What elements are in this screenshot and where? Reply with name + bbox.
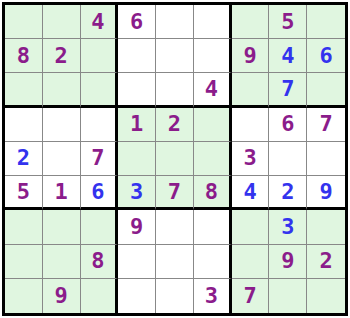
cell-r8c3[interactable]: 8 (81, 245, 119, 279)
cell-r9c8[interactable] (269, 279, 307, 313)
cell-r2c6[interactable] (194, 39, 232, 73)
cell-r3c1[interactable] (5, 73, 43, 107)
cell-r5c9[interactable] (307, 142, 345, 176)
cell-r7c1[interactable] (5, 210, 43, 244)
cell-r4c3[interactable] (81, 108, 119, 142)
cell-r4c8[interactable]: 6 (269, 108, 307, 142)
cell-r1c4[interactable]: 6 (118, 5, 156, 39)
cell-r4c1[interactable] (5, 108, 43, 142)
cell-r6c2[interactable]: 1 (43, 176, 81, 210)
cell-r6c7[interactable]: 4 (232, 176, 270, 210)
cell-r1c5[interactable] (156, 5, 194, 39)
cell-r2c2[interactable]: 2 (43, 39, 81, 73)
cell-r5c6[interactable] (194, 142, 232, 176)
cell-r3c6[interactable]: 4 (194, 73, 232, 107)
cell-r7c6[interactable] (194, 210, 232, 244)
sudoku-frame: 4658294647126727351637842993892937 (0, 0, 350, 318)
cell-r3c9[interactable] (307, 73, 345, 107)
cell-r3c8[interactable]: 7 (269, 73, 307, 107)
cell-r9c1[interactable] (5, 279, 43, 313)
cell-r2c8[interactable]: 4 (269, 39, 307, 73)
cell-r6c5[interactable]: 7 (156, 176, 194, 210)
cell-r7c9[interactable] (307, 210, 345, 244)
cell-r5c5[interactable] (156, 142, 194, 176)
cell-r9c2[interactable]: 9 (43, 279, 81, 313)
cell-r6c6[interactable]: 8 (194, 176, 232, 210)
cell-r8c5[interactable] (156, 245, 194, 279)
cell-r2c1[interactable]: 8 (5, 39, 43, 73)
cell-r5c7[interactable]: 3 (232, 142, 270, 176)
cell-r1c2[interactable] (43, 5, 81, 39)
cell-r3c5[interactable] (156, 73, 194, 107)
cell-r7c8[interactable]: 3 (269, 210, 307, 244)
cell-r3c3[interactable] (81, 73, 119, 107)
cell-r1c9[interactable] (307, 5, 345, 39)
cell-r4c2[interactable] (43, 108, 81, 142)
cell-r2c4[interactable] (118, 39, 156, 73)
cell-r1c6[interactable] (194, 5, 232, 39)
cell-r7c7[interactable] (232, 210, 270, 244)
cell-r4c5[interactable]: 2 (156, 108, 194, 142)
cell-r9c5[interactable] (156, 279, 194, 313)
cell-r5c3[interactable]: 7 (81, 142, 119, 176)
cell-r9c9[interactable] (307, 279, 345, 313)
cell-r6c9[interactable]: 9 (307, 176, 345, 210)
cell-r1c3[interactable]: 4 (81, 5, 119, 39)
cell-r8c8[interactable]: 9 (269, 245, 307, 279)
cell-r6c8[interactable]: 2 (269, 176, 307, 210)
cell-r6c3[interactable]: 6 (81, 176, 119, 210)
cell-r8c2[interactable] (43, 245, 81, 279)
cell-r8c1[interactable] (5, 245, 43, 279)
cell-r4c9[interactable]: 7 (307, 108, 345, 142)
cell-r3c2[interactable] (43, 73, 81, 107)
cell-r2c9[interactable]: 6 (307, 39, 345, 73)
cell-r1c8[interactable]: 5 (269, 5, 307, 39)
cell-r2c7[interactable]: 9 (232, 39, 270, 73)
cell-r2c5[interactable] (156, 39, 194, 73)
cell-r4c4[interactable]: 1 (118, 108, 156, 142)
cell-r3c4[interactable] (118, 73, 156, 107)
cell-r4c6[interactable] (194, 108, 232, 142)
cell-r8c6[interactable] (194, 245, 232, 279)
cell-r4c7[interactable] (232, 108, 270, 142)
cell-r5c8[interactable] (269, 142, 307, 176)
cell-r5c4[interactable] (118, 142, 156, 176)
cell-r8c9[interactable]: 2 (307, 245, 345, 279)
cell-r7c5[interactable] (156, 210, 194, 244)
cell-r5c1[interactable]: 2 (5, 142, 43, 176)
cell-r1c7[interactable] (232, 5, 270, 39)
cell-r8c4[interactable] (118, 245, 156, 279)
cell-r9c6[interactable]: 3 (194, 279, 232, 313)
cell-r2c3[interactable] (81, 39, 119, 73)
cell-r7c4[interactable]: 9 (118, 210, 156, 244)
sudoku-board: 4658294647126727351637842993892937 (2, 2, 348, 316)
cell-r9c7[interactable]: 7 (232, 279, 270, 313)
cell-r9c4[interactable] (118, 279, 156, 313)
cell-r7c3[interactable] (81, 210, 119, 244)
cell-r5c2[interactable] (43, 142, 81, 176)
cell-r1c1[interactable] (5, 5, 43, 39)
cell-r7c2[interactable] (43, 210, 81, 244)
cell-r3c7[interactable] (232, 73, 270, 107)
cell-r6c4[interactable]: 3 (118, 176, 156, 210)
cell-r9c3[interactable] (81, 279, 119, 313)
cell-r6c1[interactable]: 5 (5, 176, 43, 210)
cell-r8c7[interactable] (232, 245, 270, 279)
